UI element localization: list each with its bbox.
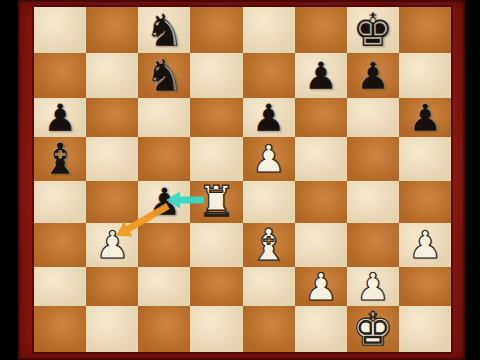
square-d2 <box>190 267 242 306</box>
square-b6 <box>86 98 138 137</box>
square-f3 <box>295 223 347 267</box>
square-d6 <box>190 98 242 137</box>
letterbox-right <box>465 0 480 360</box>
black-pawn-g7: ♟ <box>356 57 390 95</box>
black-pawn-e6: ♟ <box>252 99 286 137</box>
square-h7 <box>399 53 451 98</box>
square-c6 <box>138 98 190 137</box>
square-c4: ♟ <box>138 181 190 223</box>
square-h8 <box>399 7 451 53</box>
square-h2 <box>399 267 451 306</box>
square-b2 <box>86 267 138 306</box>
black-knight-c7: ♞ <box>144 53 184 98</box>
square-e4 <box>243 181 295 223</box>
white-pawn-e5: ♟ <box>252 140 286 178</box>
square-g3 <box>347 223 399 267</box>
white-pawn-f2: ♟ <box>304 268 338 306</box>
square-a3 <box>34 223 86 267</box>
black-knight-c8: ♞ <box>144 8 184 53</box>
square-h3: ♟ <box>399 223 451 267</box>
black-pawn-a6: ♟ <box>43 99 77 137</box>
square-b5 <box>86 137 138 181</box>
square-c5 <box>138 137 190 181</box>
chess-board: ♞♚♞♟♟♟♟♟♝♟♟♜♟♝♟♟♟♚ <box>34 7 451 352</box>
white-bishop-e3: ♝ <box>249 223 288 267</box>
square-a4 <box>34 181 86 223</box>
square-e6: ♟ <box>243 98 295 137</box>
video-frame: ♞♚♞♟♟♟♟♟♝♟♟♜♟♝♟♟♟♚ <box>0 0 480 360</box>
square-e8 <box>243 7 295 53</box>
square-a6: ♟ <box>34 98 86 137</box>
square-a2 <box>34 267 86 306</box>
black-bishop-a5: ♝ <box>40 137 79 181</box>
square-b8 <box>86 7 138 53</box>
square-e7 <box>243 53 295 98</box>
square-f1 <box>295 306 347 352</box>
square-b3: ♟ <box>86 223 138 267</box>
square-g6 <box>347 98 399 137</box>
white-king-g1: ♚ <box>352 306 393 352</box>
square-e2 <box>243 267 295 306</box>
square-f4 <box>295 181 347 223</box>
square-g7: ♟ <box>347 53 399 98</box>
square-f8 <box>295 7 347 53</box>
white-rook-d4: ♜ <box>198 181 236 223</box>
square-f5 <box>295 137 347 181</box>
square-g4 <box>347 181 399 223</box>
square-c8: ♞ <box>138 7 190 53</box>
square-d8 <box>190 7 242 53</box>
square-f6 <box>295 98 347 137</box>
black-pawn-c4: ♟ <box>147 183 181 221</box>
letterbox-left <box>0 0 18 360</box>
square-d7 <box>190 53 242 98</box>
square-h6: ♟ <box>399 98 451 137</box>
square-h4 <box>399 181 451 223</box>
square-d5 <box>190 137 242 181</box>
square-d4: ♜ <box>190 181 242 223</box>
square-c2 <box>138 267 190 306</box>
square-h1 <box>399 306 451 352</box>
square-e5: ♟ <box>243 137 295 181</box>
square-d3 <box>190 223 242 267</box>
square-f2: ♟ <box>295 267 347 306</box>
square-e1 <box>243 306 295 352</box>
square-a7 <box>34 53 86 98</box>
black-pawn-h6: ♟ <box>408 99 442 137</box>
square-g2: ♟ <box>347 267 399 306</box>
black-pawn-f7: ♟ <box>304 57 338 95</box>
white-pawn-b3: ♟ <box>95 226 129 264</box>
square-g5 <box>347 137 399 181</box>
square-h5 <box>399 137 451 181</box>
square-f7: ♟ <box>295 53 347 98</box>
square-a8 <box>34 7 86 53</box>
square-e3: ♝ <box>243 223 295 267</box>
white-pawn-g2: ♟ <box>356 268 390 306</box>
square-b4 <box>86 181 138 223</box>
square-b1 <box>86 306 138 352</box>
white-pawn-h3: ♟ <box>408 226 442 264</box>
square-g8: ♚ <box>347 7 399 53</box>
black-king-g8: ♚ <box>352 7 393 53</box>
square-b7 <box>86 53 138 98</box>
square-d1 <box>190 306 242 352</box>
square-c3 <box>138 223 190 267</box>
square-c7: ♞ <box>138 53 190 98</box>
square-c1 <box>138 306 190 352</box>
square-a5: ♝ <box>34 137 86 181</box>
square-g1: ♚ <box>347 306 399 352</box>
square-a1 <box>34 306 86 352</box>
